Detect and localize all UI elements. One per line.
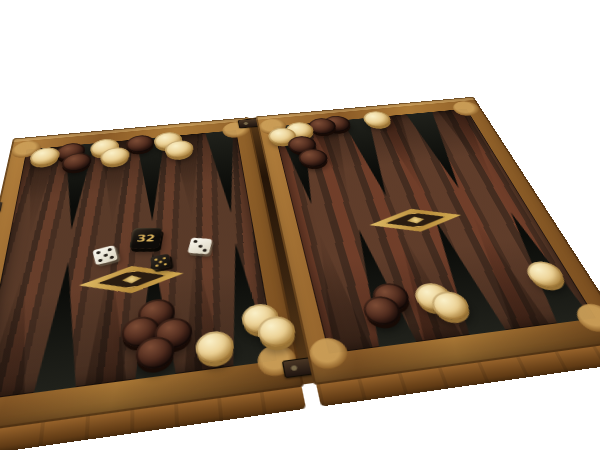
backgammon-board: 32 (0, 97, 600, 436)
checker-brown[interactable] (297, 148, 330, 168)
die-pip (96, 251, 101, 255)
die-pip (197, 244, 202, 247)
white-die[interactable] (187, 237, 212, 254)
die-pip (106, 248, 111, 252)
die-pip (102, 253, 107, 257)
die-pip (163, 257, 166, 260)
checker-cream[interactable] (165, 139, 194, 159)
checker-cream[interactable] (195, 329, 236, 365)
black-die[interactable] (150, 254, 171, 271)
die-pip (108, 255, 113, 259)
die-pip (155, 265, 159, 268)
photo-backdrop: 32 (0, 0, 600, 450)
checker-cream[interactable] (428, 290, 474, 322)
die-pip (164, 263, 168, 266)
die-pip (154, 258, 157, 261)
die-pip (193, 240, 198, 243)
die-pip (201, 248, 206, 251)
die-pip (159, 261, 163, 264)
checker-cream[interactable] (29, 146, 61, 166)
checker-cream[interactable] (361, 110, 394, 128)
checker-brown[interactable] (126, 134, 155, 153)
die-pip (98, 258, 103, 262)
doubling-cube[interactable]: 32 (129, 227, 162, 248)
white-die[interactable] (92, 245, 118, 265)
scene: 32 (0, 22, 586, 422)
pieces-layer: 32 (0, 97, 600, 436)
checker-cream[interactable] (522, 260, 569, 289)
